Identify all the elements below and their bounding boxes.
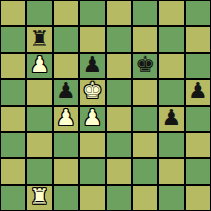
square-f7[interactable] [133, 27, 157, 51]
square-d6[interactable]: ♟ [80, 54, 104, 78]
piece-black-pawn[interactable]: ♟ [162, 107, 182, 129]
square-b2[interactable] [27, 159, 51, 183]
square-b7[interactable]: ♜ [27, 27, 51, 51]
square-d1[interactable] [80, 186, 104, 210]
square-h5[interactable]: ♟ [186, 80, 210, 104]
square-c4[interactable]: ♟ [54, 107, 78, 131]
square-g2[interactable] [159, 159, 183, 183]
square-h3[interactable] [186, 133, 210, 157]
square-f1[interactable] [133, 186, 157, 210]
square-f2[interactable] [133, 159, 157, 183]
square-c8[interactable] [54, 1, 78, 25]
square-f5[interactable] [133, 80, 157, 104]
piece-black-rook[interactable]: ♜ [30, 28, 50, 50]
piece-white-king[interactable]: ♚ [82, 80, 102, 102]
square-h2[interactable] [186, 159, 210, 183]
square-f8[interactable] [133, 1, 157, 25]
xboard-window: ♜♟♟♚♟♚♟♟♟♟♜ [0, 0, 211, 211]
square-g7[interactable] [159, 27, 183, 51]
square-d8[interactable] [80, 1, 104, 25]
square-d4[interactable]: ♟ [80, 107, 104, 131]
square-b5[interactable] [27, 80, 51, 104]
square-d2[interactable] [80, 159, 104, 183]
square-h1[interactable] [186, 186, 210, 210]
piece-black-pawn[interactable]: ♟ [188, 80, 208, 102]
piece-white-pawn[interactable]: ♟ [82, 107, 102, 129]
square-e4[interactable] [107, 107, 131, 131]
square-g8[interactable] [159, 1, 183, 25]
square-h6[interactable] [186, 54, 210, 78]
square-d5[interactable]: ♚ [80, 80, 104, 104]
square-c6[interactable] [54, 54, 78, 78]
square-e5[interactable] [107, 80, 131, 104]
square-d7[interactable] [80, 27, 104, 51]
square-a5[interactable] [1, 80, 25, 104]
square-a7[interactable] [1, 27, 25, 51]
square-a3[interactable] [1, 133, 25, 157]
square-c5[interactable]: ♟ [54, 80, 78, 104]
piece-black-pawn[interactable]: ♟ [56, 80, 76, 102]
square-b4[interactable] [27, 107, 51, 131]
square-f3[interactable] [133, 133, 157, 157]
square-b1[interactable]: ♜ [27, 186, 51, 210]
square-f6[interactable]: ♚ [133, 54, 157, 78]
square-e3[interactable] [107, 133, 131, 157]
square-a2[interactable] [1, 159, 25, 183]
square-a8[interactable] [1, 1, 25, 25]
square-h8[interactable] [186, 1, 210, 25]
square-e1[interactable] [107, 186, 131, 210]
square-e8[interactable] [107, 1, 131, 25]
square-c3[interactable] [54, 133, 78, 157]
chess-board: ♜♟♟♚♟♚♟♟♟♟♜ [0, 0, 211, 211]
square-g5[interactable] [159, 80, 183, 104]
square-h4[interactable] [186, 107, 210, 131]
square-c7[interactable] [54, 27, 78, 51]
square-g4[interactable]: ♟ [159, 107, 183, 131]
square-c1[interactable] [54, 186, 78, 210]
square-b3[interactable] [27, 133, 51, 157]
square-d3[interactable] [80, 133, 104, 157]
square-e7[interactable] [107, 27, 131, 51]
square-a4[interactable] [1, 107, 25, 131]
square-g6[interactable] [159, 54, 183, 78]
piece-black-king[interactable]: ♚ [135, 54, 155, 76]
piece-white-pawn[interactable]: ♟ [56, 107, 76, 129]
square-c2[interactable] [54, 159, 78, 183]
square-e2[interactable] [107, 159, 131, 183]
square-a6[interactable] [1, 54, 25, 78]
piece-white-pawn[interactable]: ♟ [30, 54, 50, 76]
square-b8[interactable] [27, 1, 51, 25]
square-g1[interactable] [159, 186, 183, 210]
square-g3[interactable] [159, 133, 183, 157]
square-a1[interactable] [1, 186, 25, 210]
square-h7[interactable] [186, 27, 210, 51]
square-f4[interactable] [133, 107, 157, 131]
square-b6[interactable]: ♟ [27, 54, 51, 78]
piece-white-rook[interactable]: ♜ [30, 186, 50, 208]
piece-black-pawn[interactable]: ♟ [82, 54, 102, 76]
square-e6[interactable] [107, 54, 131, 78]
